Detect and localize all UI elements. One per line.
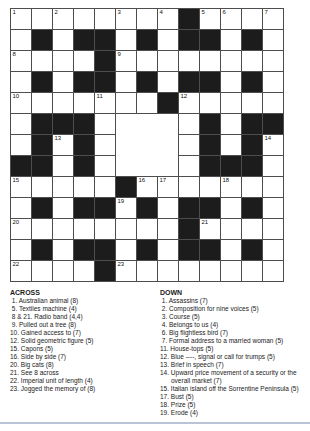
black-cell bbox=[32, 114, 52, 134]
letter-cell-r2c8[interactable] bbox=[158, 30, 178, 50]
black-cell bbox=[242, 114, 262, 134]
letter-cell-r3c1[interactable]: 8 bbox=[11, 51, 31, 71]
black-cell bbox=[200, 72, 220, 92]
clue-number-17: 17 bbox=[160, 177, 167, 184]
clue-number-7: 7 bbox=[265, 9, 268, 16]
across-clue: 12. Solid geometric figure (5) bbox=[10, 337, 150, 345]
letter-cell-r9c8[interactable]: 17 bbox=[158, 177, 178, 197]
letter-cell-r9c10[interactable] bbox=[200, 177, 220, 197]
clue-number-15: 15 bbox=[13, 177, 20, 184]
letter-cell-r12c13[interactable] bbox=[263, 240, 283, 260]
letter-cell-r9c4[interactable] bbox=[74, 177, 94, 197]
letter-cell-r5c11[interactable] bbox=[221, 93, 241, 113]
across-clue: 16. Side by side (7) bbox=[10, 353, 150, 361]
letter-cell-r1c11[interactable]: 6 bbox=[221, 9, 241, 29]
clue-number-2: 2 bbox=[55, 9, 58, 16]
clue-number-13: 13 bbox=[55, 135, 62, 142]
black-cell bbox=[95, 198, 115, 218]
letter-cell-r11c7[interactable] bbox=[137, 219, 157, 239]
black-cell bbox=[74, 240, 94, 260]
letter-cell-r11c11[interactable] bbox=[221, 219, 241, 239]
across-clue: 9. Pulled out a tree (8) bbox=[10, 321, 150, 329]
clue-number-16: 16 bbox=[139, 177, 146, 184]
clue-number-12: 12 bbox=[181, 93, 188, 100]
black-cell bbox=[242, 198, 262, 218]
letter-cell-r3c6[interactable]: 9 bbox=[116, 51, 136, 71]
clue-number-6: 6 bbox=[223, 9, 226, 16]
clue-number-5: 5 bbox=[202, 9, 205, 16]
letter-cell-r10c11[interactable] bbox=[221, 198, 241, 218]
clue-number-1: 1 bbox=[13, 9, 16, 16]
letter-cell-r13c4[interactable] bbox=[74, 261, 94, 281]
letter-cell-r7c5[interactable] bbox=[95, 135, 115, 155]
black-cell bbox=[32, 30, 52, 50]
letter-cell-r10c1[interactable] bbox=[11, 198, 31, 218]
clue-lists: ACROSS 1. Australian animal (8) 5. Texti… bbox=[10, 288, 306, 417]
black-cell bbox=[200, 30, 220, 50]
letter-cell-r8c13[interactable] bbox=[263, 156, 283, 176]
black-cell bbox=[179, 219, 199, 239]
letter-cell-r6c5[interactable] bbox=[95, 114, 115, 134]
black-cell bbox=[200, 240, 220, 260]
letter-cell-r13c13[interactable] bbox=[263, 261, 283, 281]
letter-cell-r6c1[interactable] bbox=[11, 114, 31, 134]
clue-number-19: 19 bbox=[118, 198, 125, 205]
clue-number-3: 3 bbox=[118, 9, 121, 16]
letter-cell-r3c7[interactable] bbox=[137, 51, 157, 71]
letter-cell-r12c11[interactable] bbox=[221, 240, 241, 260]
clue-number-11: 11 bbox=[97, 93, 103, 100]
letter-cell-r11c1[interactable]: 20 bbox=[11, 219, 31, 239]
letter-cell-r13c3[interactable] bbox=[53, 261, 73, 281]
down-clue: 6. Big flightless bird (7) bbox=[160, 329, 306, 337]
crossword-grid: 1234567891011121314151617181920212223 bbox=[10, 8, 284, 282]
letter-cell-r9c7[interactable]: 16 bbox=[137, 177, 157, 197]
letter-cell-r12c1[interactable] bbox=[11, 240, 31, 260]
letter-cell-r1c12[interactable] bbox=[242, 9, 262, 29]
letter-cell-r2c1[interactable] bbox=[11, 30, 31, 50]
down-clue: 4. Belongs to us (4) bbox=[160, 321, 306, 329]
black-cell bbox=[179, 30, 199, 50]
down-clue: 15. Italian island off the Sorrentine Pe… bbox=[160, 385, 306, 393]
letter-cell-r9c5[interactable] bbox=[95, 177, 115, 197]
letter-cell-r7c13[interactable]: 14 bbox=[263, 135, 283, 155]
black-cell bbox=[32, 240, 52, 260]
letter-cell-r5c1[interactable]: 10 bbox=[11, 93, 31, 113]
letter-cell-r13c1[interactable]: 22 bbox=[11, 261, 31, 281]
down-clue: 13. Brief in speech (7) bbox=[160, 361, 306, 369]
letter-cell-r3c8[interactable] bbox=[158, 51, 178, 71]
letter-cell-r13c11[interactable] bbox=[221, 261, 241, 281]
letter-cell-r2c3[interactable] bbox=[53, 30, 73, 50]
black-cell bbox=[242, 30, 262, 50]
black-cell bbox=[221, 156, 241, 176]
letter-cell-r13c7[interactable] bbox=[137, 261, 157, 281]
letter-cell-r5c12[interactable] bbox=[242, 93, 262, 113]
black-cell bbox=[137, 72, 157, 92]
letter-cell-r10c13[interactable] bbox=[263, 198, 283, 218]
letter-cell-r3c4[interactable] bbox=[74, 51, 94, 71]
down-clue: 18. Prize (5) bbox=[160, 401, 306, 409]
letter-cell-r3c2[interactable] bbox=[32, 51, 52, 71]
letter-cell-r1c5[interactable] bbox=[95, 9, 115, 29]
black-cell bbox=[242, 72, 262, 92]
letter-cell-r6c9[interactable] bbox=[179, 114, 199, 134]
letter-cell-r11c12[interactable] bbox=[242, 219, 262, 239]
letter-cell-r11c6[interactable] bbox=[116, 219, 136, 239]
letter-cell-r9c11[interactable]: 18 bbox=[221, 177, 241, 197]
black-cell bbox=[95, 51, 115, 71]
black-cell bbox=[74, 30, 94, 50]
letter-cell-r9c12[interactable] bbox=[242, 177, 262, 197]
letter-cell-r8c3[interactable] bbox=[53, 156, 73, 176]
clue-number-20: 20 bbox=[13, 219, 20, 226]
letter-cell-r2c6[interactable] bbox=[116, 30, 136, 50]
black-cell bbox=[11, 156, 31, 176]
across-clue: 21. See 8 across bbox=[10, 369, 150, 377]
black-cell bbox=[179, 240, 199, 260]
letter-cell-r4c3[interactable] bbox=[53, 72, 73, 92]
letter-cell-r7c11[interactable] bbox=[221, 135, 241, 155]
letter-cell-r12c8[interactable] bbox=[158, 240, 178, 260]
down-clues: DOWN 1. Assassins (7) 2. Composition for… bbox=[160, 288, 306, 417]
letter-cell-r1c4[interactable] bbox=[74, 9, 94, 29]
black-cell bbox=[74, 198, 94, 218]
clue-number-4: 4 bbox=[160, 9, 163, 16]
black-cell bbox=[137, 198, 157, 218]
across-clue: 8 & 21. Radio band (4,4) bbox=[10, 313, 150, 321]
letter-cell-r11c2[interactable] bbox=[32, 219, 52, 239]
black-cell bbox=[95, 30, 115, 50]
letter-cell-r2c11[interactable] bbox=[221, 30, 241, 50]
letter-cell-r13c10[interactable] bbox=[200, 261, 220, 281]
letter-cell-r11c13[interactable] bbox=[263, 219, 283, 239]
letter-cell-r11c5[interactable] bbox=[95, 219, 115, 239]
letter-cell-r11c10[interactable]: 21 bbox=[200, 219, 220, 239]
down-clue: 3. Course (5) bbox=[160, 313, 306, 321]
letter-cell-r5c2[interactable] bbox=[32, 93, 52, 113]
black-cell bbox=[179, 72, 199, 92]
letter-cell-r3c9[interactable] bbox=[179, 51, 199, 71]
letter-cell-r3c13[interactable] bbox=[263, 51, 283, 71]
center-blank-block bbox=[116, 114, 178, 176]
letter-cell-r7c9[interactable] bbox=[179, 135, 199, 155]
letter-cell-r5c4[interactable] bbox=[74, 93, 94, 113]
letter-cell-r4c13[interactable] bbox=[263, 72, 283, 92]
clue-number-9: 9 bbox=[118, 51, 121, 58]
black-cell bbox=[263, 114, 283, 134]
clue-number-8: 8 bbox=[13, 51, 16, 58]
letter-cell-r8c9[interactable] bbox=[179, 156, 199, 176]
letter-cell-r1c1[interactable]: 1 bbox=[11, 9, 31, 29]
letter-cell-r13c12[interactable] bbox=[242, 261, 262, 281]
black-cell bbox=[53, 114, 73, 134]
down-clue: 1. Assassins (7) bbox=[160, 297, 306, 305]
letter-cell-r5c6[interactable] bbox=[116, 93, 136, 113]
letter-cell-r11c4[interactable] bbox=[74, 219, 94, 239]
across-clue: 15. Capons (5) bbox=[10, 345, 150, 353]
letter-cell-r11c3[interactable] bbox=[53, 219, 73, 239]
across-clues: ACROSS 1. Australian animal (8) 5. Texti… bbox=[10, 288, 150, 417]
across-clue: 23. Jogged the memory of (8) bbox=[10, 385, 150, 393]
black-cell bbox=[32, 72, 52, 92]
across-clue: 20. Big cats (8) bbox=[10, 361, 150, 369]
letter-cell-r13c9[interactable] bbox=[179, 261, 199, 281]
black-cell bbox=[95, 240, 115, 260]
black-cell bbox=[200, 198, 220, 218]
letter-cell-r1c7[interactable] bbox=[137, 9, 157, 29]
down-clue: 14. Upward price movement of a security … bbox=[160, 369, 306, 385]
black-cell bbox=[74, 72, 94, 92]
down-clue: 19. Erode (4) bbox=[160, 409, 306, 417]
clue-number-22: 22 bbox=[13, 261, 20, 268]
black-cell bbox=[200, 156, 220, 176]
black-cell bbox=[179, 198, 199, 218]
letter-cell-r4c8[interactable] bbox=[158, 72, 178, 92]
across-clue: 1. Australian animal (8) bbox=[10, 297, 150, 305]
letter-cell-r10c6[interactable]: 19 bbox=[116, 198, 136, 218]
black-cell bbox=[242, 135, 262, 155]
letter-cell-r10c3[interactable] bbox=[53, 198, 73, 218]
down-clue: 7. Formal address to a married woman (5) bbox=[160, 337, 306, 345]
letter-cell-r13c8[interactable] bbox=[158, 261, 178, 281]
letter-cell-r5c9[interactable]: 12 bbox=[179, 93, 199, 113]
clue-number-23: 23 bbox=[118, 261, 125, 268]
clue-number-21: 21 bbox=[202, 219, 209, 226]
letter-cell-r9c1[interactable]: 15 bbox=[11, 177, 31, 197]
black-cell bbox=[32, 135, 52, 155]
letter-cell-r4c6[interactable] bbox=[116, 72, 136, 92]
letter-cell-r12c6[interactable] bbox=[116, 240, 136, 260]
down-clue: 2. Composition for nine voices (5) bbox=[160, 305, 306, 313]
black-cell bbox=[74, 156, 94, 176]
letter-cell-r1c10[interactable]: 5 bbox=[200, 9, 220, 29]
letter-cell-r12c3[interactable] bbox=[53, 240, 73, 260]
down-header: DOWN bbox=[160, 288, 306, 297]
down-clue: 11. House-tops (5) bbox=[160, 345, 306, 353]
letter-cell-r13c2[interactable] bbox=[32, 261, 52, 281]
down-clue: 12. Blue ----, signal or call for trumps… bbox=[160, 353, 306, 361]
black-cell bbox=[32, 156, 52, 176]
clue-number-10: 10 bbox=[13, 93, 20, 100]
letter-cell-r9c9[interactable] bbox=[179, 177, 199, 197]
letter-cell-r4c11[interactable] bbox=[221, 72, 241, 92]
letter-cell-r5c13[interactable] bbox=[263, 93, 283, 113]
black-cell bbox=[179, 9, 199, 29]
letter-cell-r11c8[interactable] bbox=[158, 219, 178, 239]
black-cell bbox=[200, 114, 220, 134]
black-cell bbox=[74, 114, 94, 134]
black-cell bbox=[137, 30, 157, 50]
letter-cell-r5c7[interactable] bbox=[137, 93, 157, 113]
letter-cell-r3c3[interactable] bbox=[53, 51, 73, 71]
letter-cell-r1c8[interactable]: 4 bbox=[158, 9, 178, 29]
letter-cell-r7c1[interactable] bbox=[11, 135, 31, 155]
letter-cell-r2c13[interactable] bbox=[263, 30, 283, 50]
clue-number-14: 14 bbox=[265, 135, 272, 142]
letter-cell-r1c13[interactable]: 7 bbox=[263, 9, 283, 29]
black-cell bbox=[95, 261, 115, 281]
letter-cell-r1c3[interactable]: 2 bbox=[53, 9, 73, 29]
black-cell bbox=[200, 135, 220, 155]
down-clue: 17. Bust (5) bbox=[160, 393, 306, 401]
letter-cell-r4c1[interactable] bbox=[11, 72, 31, 92]
black-cell bbox=[74, 135, 94, 155]
black-cell bbox=[32, 198, 52, 218]
black-cell bbox=[158, 93, 178, 113]
letter-cell-r9c2[interactable] bbox=[32, 177, 52, 197]
letter-cell-r13c6[interactable]: 23 bbox=[116, 261, 136, 281]
across-clue: 10. Gained access to (7) bbox=[10, 329, 150, 337]
letter-cell-r10c8[interactable] bbox=[158, 198, 178, 218]
black-cell bbox=[95, 72, 115, 92]
black-cell bbox=[137, 240, 157, 260]
black-cell bbox=[242, 240, 262, 260]
letter-cell-r5c3[interactable] bbox=[53, 93, 73, 113]
letter-cell-r5c10[interactable] bbox=[200, 93, 220, 113]
letter-cell-r7c3[interactable]: 13 bbox=[53, 135, 73, 155]
letter-cell-r5c5[interactable]: 11 bbox=[95, 93, 115, 113]
letter-cell-r6c11[interactable] bbox=[221, 114, 241, 134]
across-clue: 22. Imperial unit of length (4) bbox=[10, 377, 150, 385]
letter-cell-r3c10[interactable] bbox=[200, 51, 220, 71]
clue-number-18: 18 bbox=[223, 177, 230, 184]
letter-cell-r1c2[interactable] bbox=[32, 9, 52, 29]
letter-cell-r8c5[interactable] bbox=[95, 156, 115, 176]
across-clue: 5. Textiles machine (4) bbox=[10, 305, 150, 313]
letter-cell-r3c12[interactable] bbox=[242, 51, 262, 71]
across-header: ACROSS bbox=[10, 288, 150, 297]
bottom-divider bbox=[0, 422, 310, 424]
letter-cell-r1c6[interactable]: 3 bbox=[116, 9, 136, 29]
letter-cell-r9c3[interactable] bbox=[53, 177, 73, 197]
letter-cell-r9c13[interactable] bbox=[263, 177, 283, 197]
letter-cell-r3c11[interactable] bbox=[221, 51, 241, 71]
black-cell bbox=[116, 177, 136, 197]
black-cell bbox=[242, 156, 262, 176]
